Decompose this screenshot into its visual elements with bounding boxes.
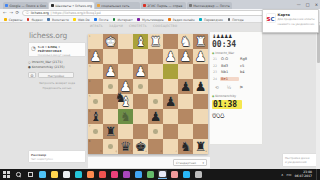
square-g2[interactable] [103,49,118,64]
white-knight[interactable]: ♞ [180,34,192,49]
square-g7[interactable]: ♜ [103,124,118,139]
bookmark-favicon [4,18,7,21]
bookmark-favicon [137,18,140,21]
bookmark-favicon [168,18,171,21]
square-b4[interactable]: ♟ [178,79,193,94]
tab-title: Google — Поиск в Goo [9,4,46,8]
rank-label: 1 [89,35,91,38]
tray-expand-icon[interactable]: ∧ [281,173,283,177]
bookmark-favicon [47,18,50,21]
move-cell[interactable]: Be1 [220,77,239,81]
takeback-icon[interactable]: ⟲ [215,85,219,90]
url-rest: | https://lichess.org/c9vxq1pd [50,11,100,15]
white-king[interactable]: ♚ [105,34,117,49]
white-pawn[interactable]: ♟ [165,49,177,64]
footer-right-line2: и уведомлений [285,160,315,164]
topnav-item-1[interactable]: ИГРАТЬ [90,24,103,28]
tray-date: 06.07.2017 [295,175,312,179]
notification-line2: нажмите на уведомление [278,22,315,26]
square-a8[interactable]: a♜ [193,139,208,154]
bookmark-item-4[interactable]: Web.De [73,18,89,22]
black-pawn[interactable]: ♟ [195,79,207,94]
taskbar-app-8[interactable] [122,170,131,179]
rank-label: 4 [89,80,91,83]
show-desktop-button[interactable] [316,169,318,180]
square-d2[interactable] [148,49,163,64]
taskbar-app-9[interactable] [134,170,143,179]
lichess-topnav: ИГРАТЬЗАДАЧИСМОТРЕТЬСООБЩЕСТВО [90,24,177,28]
square-e2[interactable] [133,49,148,64]
topnav-item-2[interactable]: ЗАДАЧИ [109,24,123,28]
close-button[interactable]: × [315,2,318,7]
square-b8[interactable]: b♞ [178,139,193,154]
file-label: b [190,150,192,153]
draw-offer-link[interactable]: Предложить ничью [28,86,86,90]
square-e8[interactable]: e♚ [133,139,148,154]
browser-tab-2[interactable]: Шахматы • lichess.org [49,2,94,9]
settings-button[interactable]: Настройки [38,72,74,79]
bookmark-favicon [199,18,202,21]
tray-clock[interactable]: 23:08 06.07.2017 [295,171,312,178]
file-label: f [131,150,132,153]
square-d7[interactable] [148,124,163,139]
gear-icon[interactable]: ⚙ [28,72,36,79]
bookmark-item-10[interactable]: Погода [228,18,244,22]
square-d3[interactable] [148,64,163,79]
square-g1[interactable]: ♚ [103,34,118,49]
square-e1[interactable]: ♝ [133,34,148,49]
bookmark-label: Переводчик [204,18,223,22]
file-label: g [115,150,117,153]
rank-label: 8 [89,140,91,143]
taskbar-app-3[interactable] [62,170,71,179]
bookmark-label: Радио онлайн [173,18,195,22]
bookmark-favicon [27,18,30,21]
clock-icon: ◔ [31,45,36,56]
file-label: d [160,150,162,153]
system-tray: ∧ РУС 23:08 06.07.2017 [281,169,318,180]
move-cell[interactable]: Rg8 [239,57,258,61]
bookmark-label: Мультимедиа [142,18,164,22]
rank-label: 3 [89,65,91,68]
bookmark-item-9[interactable]: Переводчик [199,18,223,22]
tab-title: Шахматы • lichess.org [55,4,92,8]
rank-label: 2 [89,50,91,53]
square-e7[interactable] [133,124,148,139]
square-e5[interactable] [133,94,148,109]
white-rook[interactable]: ♜ [195,34,207,49]
browser-tab-3[interactable]: социальная сеть [95,2,140,9]
square-a5[interactable] [193,94,208,109]
bookmark-label: Web.De [78,18,90,22]
square-a2[interactable]: ♟ [193,49,208,64]
black-player-name[interactable]: Kononenchiky [212,94,236,98]
black-clock: 01:38 [212,100,242,110]
footer-strip: Стандартная ▾ [88,156,210,168]
square-f8[interactable]: f♛ [118,139,133,154]
square-d8[interactable]: d [148,139,163,154]
rank-label: 6 [89,110,91,113]
bookmark-favicon [113,18,116,21]
square-e4[interactable] [133,79,148,94]
square-f1[interactable] [118,34,133,49]
chat-note: Чат недоступен [31,158,83,161]
black-rook[interactable]: ♜ [105,124,117,139]
taskbar-app-13[interactable] [182,170,191,179]
bookmark-item-6[interactable]: Интернет [113,18,133,22]
square-c1[interactable] [163,34,178,49]
browser-tab-4[interactable]: 2ГИС Пермь — справ [141,2,186,9]
square-h2[interactable]: 2♟ [88,49,103,64]
topnav-item-3[interactable]: СМОТРЕТЬ [129,24,147,28]
taskbar-app-12[interactable] [170,170,179,179]
taskbar-app-2[interactable] [50,170,59,179]
app-icon [75,171,82,178]
notification-line1: Для продолжения оплаты [278,17,315,21]
file-label: e [145,150,147,153]
file-label: a [205,150,207,153]
black-queen[interactable]: ♛ [120,139,132,154]
lichess-page: ИГРАТЬЗАДАЧИСМОТРЕТЬСООБЩЕСТВО lichess.o… [0,23,320,169]
square-f3[interactable] [118,64,133,79]
tab-title: социальная сеть [101,4,129,8]
chevron-down-icon: ▾ [203,161,204,165]
app-icon [159,171,166,178]
square-h8[interactable]: 8h [88,139,103,154]
tab-title: Мессенджер — Почта [193,4,230,8]
task-view-icon[interactable] [26,170,35,179]
square-f2[interactable] [118,49,133,64]
square-d1[interactable]: ♜ [148,34,163,49]
square-a6[interactable] [193,109,208,124]
move-cell[interactable]: O-O [220,57,239,61]
bookmark-label: Сервисы [9,18,23,22]
square-d4[interactable] [148,79,163,94]
taskbar-app-6[interactable] [98,170,107,179]
site-title[interactable]: lichess.org [29,31,67,40]
square-d5[interactable] [148,94,163,109]
square-b5[interactable] [178,94,193,109]
app-icon [195,171,202,178]
square-c7[interactable] [163,124,178,139]
white-bishop[interactable]: ♝ [135,34,147,49]
move-number: 24 [212,77,220,81]
info-icon[interactable]: ⓘ [26,11,29,15]
square-b1[interactable]: ♞ [178,34,193,49]
white-player-name[interactable]: Imrecht_War [212,51,234,55]
square-f7[interactable] [118,124,133,139]
app-icon [171,171,178,178]
draw-icon[interactable]: ½ [227,85,231,90]
takeback-link[interactable]: Запросить возврат хода [28,81,86,85]
tab-favicon [143,4,146,7]
square-e3[interactable]: ♟ [133,64,148,79]
url-input[interactable]: ⓘ lichess.org | https://lichess.org/c9vx… [22,10,286,16]
chess-board[interactable]: 1♚♝♜♞♜2♟♟♟♟3♟♟4♟♟♟5♝♟6♝♞♟7♜8hgf♛e♚dcb♞a♜ [88,34,208,154]
taskbar: ∧ РУС 23:08 06.07.2017 [0,169,320,180]
move-buttons: ⟲ ½ ⚑ [215,85,243,90]
app-icon [183,171,190,178]
app-icon [135,171,142,178]
pinned-apps [38,170,203,179]
white-clock: 00:34 [212,40,242,50]
app-icon [123,171,130,178]
white-rook[interactable]: ♜ [150,34,162,49]
square-f6[interactable]: ♞ [118,109,133,124]
window-controls[interactable]: —□× [297,0,318,8]
game-info-line1: 5+0 • БЛИЦ • РЕЙТИНГОВАЯ [38,45,83,53]
bookmark-item-1[interactable]: Сервисы [4,18,22,22]
square-h3[interactable]: 3 [88,64,103,79]
square-g8[interactable]: g [103,139,118,154]
topnav-item-4[interactable]: СООБЩЕСТВО [153,24,177,28]
bookmark-item-7[interactable]: Мультимедиа [137,18,163,22]
rank-label: 5 [89,95,91,98]
tab-title: 2ГИС Пермь — справ [147,4,182,8]
square-c3[interactable] [163,64,178,79]
tab-favicon [97,4,100,7]
start-button[interactable] [2,170,11,179]
square-b6[interactable] [178,109,193,124]
resign-icon[interactable]: ⚑ [239,85,243,90]
tab-favicon [5,4,8,7]
square-c6[interactable] [163,109,178,124]
black-pawn[interactable]: ♟ [150,109,162,124]
game-info-line2: Несколько минут назад [38,54,83,57]
forward-icon[interactable]: → [9,9,13,17]
black-pawn[interactable]: ♟ [165,94,177,109]
language-indicator[interactable]: РУС [286,173,291,177]
game-info-box: ◔ 5+0 • БЛИЦ • РЕЙТИНГОВАЯ Несколько мин… [28,42,86,57]
bookmark-label: Яндекс [31,18,42,22]
taskbar-app-7[interactable] [110,170,119,179]
minimize-button[interactable]: — [297,2,301,7]
chat-box[interactable]: Разговор Чат недоступен [28,150,86,163]
bookmark-label: Почта [99,18,108,22]
taskbar-app-1[interactable] [38,170,47,179]
white-pawn[interactable]: ♟ [105,64,117,79]
bookmark-label: Вконтакте [52,18,69,22]
square-a1[interactable]: ♜ [193,34,208,49]
bookmark-favicon [94,18,97,21]
action-row: ⚙ Настройки [28,72,74,79]
black-pawn[interactable]: ♟ [180,79,192,94]
move-cell[interactable]: b4 [239,70,258,74]
maximize-button[interactable]: □ [306,2,310,7]
square-g3[interactable]: ♟ [103,64,118,79]
app-icon [111,171,118,178]
square-c8[interactable]: c [163,139,178,154]
black-bishop[interactable]: ♝ [90,109,102,124]
tab-strip: Google — Поиск в GooШахматы • lichess.or… [0,0,320,9]
square-a3[interactable] [193,64,208,79]
move-cell[interactable]: c5 [239,64,258,68]
move-cell[interactable]: Nb1 [220,70,239,74]
bookmark-favicon [73,18,76,21]
search-icon[interactable] [14,170,23,179]
taskbar-app-14[interactable] [194,170,203,179]
square-h5[interactable]: 5 [88,94,103,109]
chat-title: Разговор [31,153,83,157]
app-icon [87,171,94,178]
move-number: 22 [212,64,220,68]
white-pawn[interactable]: ♟ [195,49,207,64]
square-b3[interactable] [178,64,193,79]
bookmark-label: Интернет [117,18,132,22]
bookmark-item-3[interactable]: Вконтакте [47,18,68,22]
square-c5[interactable]: ♟ [163,94,178,109]
page-scrollbar[interactable] [316,23,320,169]
file-label: c [175,150,177,153]
move-list[interactable]: 21O-ORg822Bd3c523Nb1b424Be1 [212,56,259,82]
bookmark-favicon [228,18,231,21]
captured-by-white-tray: ♝♟♟♟♟ [212,33,232,39]
square-g6[interactable] [103,109,118,124]
square-c2[interactable]: ♟ [163,49,178,64]
sc-logo: SC [266,13,276,23]
taskbar-app-11[interactable] [158,170,167,179]
tab-favicon [189,4,192,7]
taskbar-app-4[interactable] [74,170,83,179]
move-cell[interactable]: Bd3 [220,64,239,68]
app-icon [99,171,106,178]
move-number: 23 [212,70,220,74]
white-pawn[interactable]: ♟ [90,49,102,64]
theme-select-value: Стандартная [176,161,196,165]
notification-title: Карта [278,13,315,17]
notification-popup[interactable]: SC Карта Для продолжения оплаты нажмите … [262,9,319,33]
captured-by-black-tray: ♛♞♟ [212,112,224,118]
file-label: h [100,150,102,153]
black-player-line[interactable]: ● Kononenchiky (2135) [28,65,64,69]
theme-select[interactable]: Стандартная ▾ [173,159,207,166]
dragged-black-knight[interactable]: ♞ [113,90,128,105]
move-row: 24Be1 [212,76,259,83]
browser-tab-1[interactable]: Google — Поиск в Goo [3,2,48,9]
square-a4[interactable]: ♟ [193,79,208,94]
back-icon[interactable]: ← [3,9,7,17]
square-h1[interactable]: 1 [88,34,103,49]
bookmark-item-8[interactable]: Радио онлайн [168,18,195,22]
bookmark-item-5[interactable]: Почта [94,18,108,22]
tab-favicon [51,4,54,7]
taskbar-app-5[interactable] [86,170,95,179]
app-icon [39,171,46,178]
footer-right-box[interactable]: Настройки доски и уведомлений [282,153,318,167]
move-number: 21 [212,57,220,61]
white-pawn[interactable]: ♟ [135,64,147,79]
taskbar-app-10[interactable] [146,170,155,179]
square-h6[interactable]: 6♝ [88,109,103,124]
app-icon [63,171,70,178]
app-icon [51,171,58,178]
square-d6[interactable]: ♟ [148,109,163,124]
square-a7[interactable] [193,124,208,139]
square-c4[interactable] [163,79,178,94]
square-b7[interactable] [178,124,193,139]
square-b2[interactable]: ♟ [178,49,193,64]
bookmark-label: Погода [232,18,243,22]
url-host: lichess.org [31,11,49,15]
rank-label: 7 [89,125,91,128]
white-pawn[interactable]: ♟ [180,49,192,64]
black-knight-ghost[interactable]: ♞ [120,109,132,124]
square-h7[interactable]: 7 [88,124,103,139]
browser-tab-5[interactable]: Мессенджер — Почта [187,2,232,9]
app-icon [147,171,154,178]
white-player-line[interactable]: ○ Imrecht_War (2171) [28,60,62,64]
reload-icon[interactable]: ⟳ [16,9,20,17]
bookmark-item-2[interactable]: Яндекс [27,18,43,22]
square-h4[interactable]: 4 [88,79,103,94]
square-e6[interactable] [133,109,148,124]
